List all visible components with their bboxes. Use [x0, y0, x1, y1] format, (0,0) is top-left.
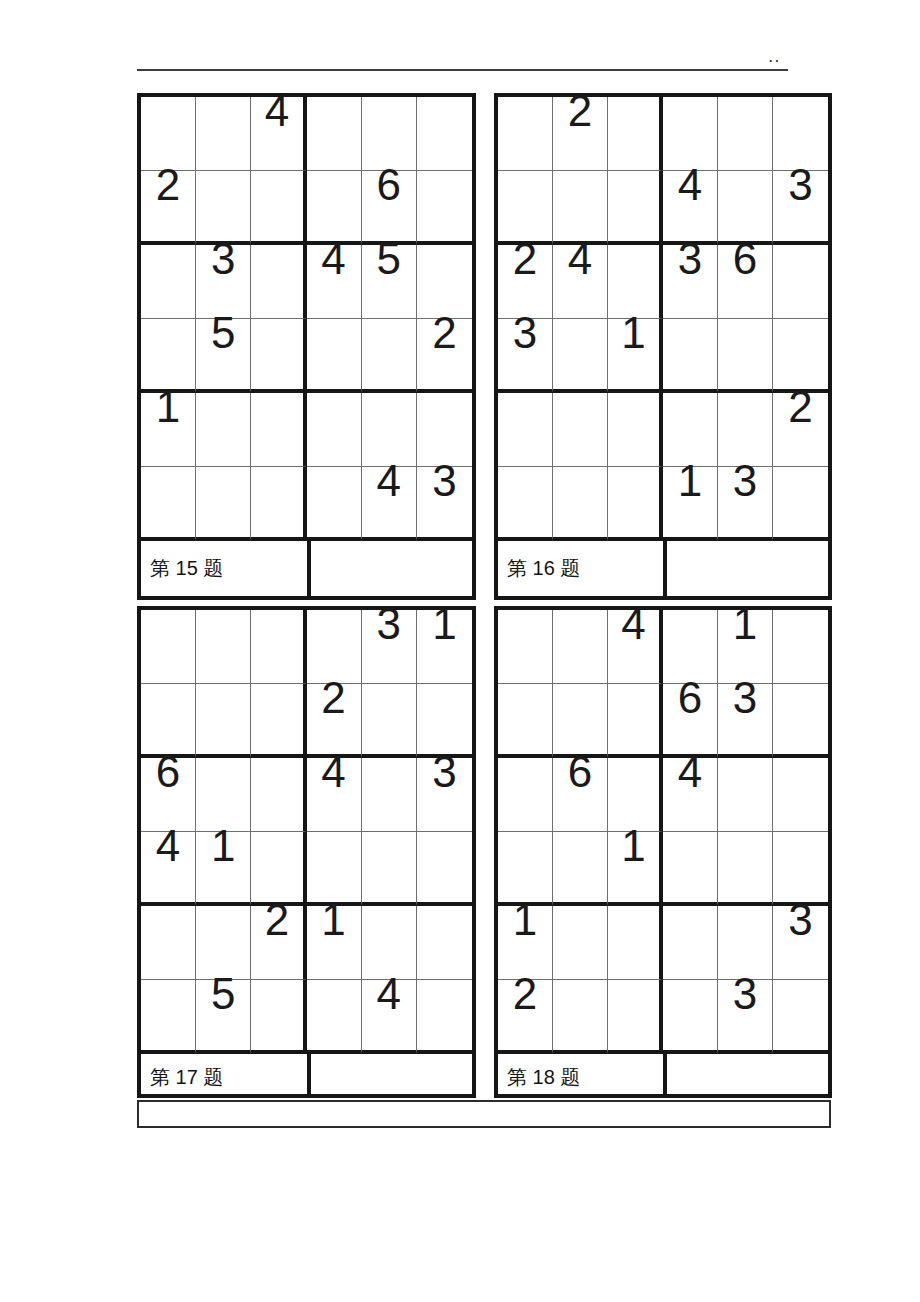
- p15-cell-r2c6: [417, 171, 472, 245]
- p18-cell-r5c2: [553, 906, 608, 980]
- p18-given-r5c1: 1: [498, 898, 552, 942]
- p18-given-r2c4: 6: [663, 676, 717, 720]
- p16-cell-r3c6: [773, 245, 828, 319]
- p18-given-r6c5: 3: [718, 972, 772, 1016]
- p17-cell-r6c4: [307, 980, 362, 1054]
- p17-cell-r2c2: [196, 684, 251, 758]
- puzzle-18-board: 41636411323 第 18 题: [494, 606, 832, 1098]
- p15-cell-r3c4: 4: [307, 245, 362, 319]
- p18-cell-r3c1: [498, 758, 553, 832]
- p17-given-r3c6: 3: [417, 750, 472, 794]
- p15-given-r6c6: 3: [417, 459, 472, 503]
- p15-given-r1c3: 4: [251, 89, 302, 133]
- puzzle-17-board: 312643412154 第 17 题: [137, 606, 476, 1098]
- p16-cell-r3c5: 6: [718, 245, 773, 319]
- p15-given-r5c1: 1: [141, 385, 195, 429]
- header-divider-line: [137, 69, 788, 71]
- p17-given-r6c5: 4: [362, 972, 416, 1016]
- puzzle-16-label-cell: 第 16 题: [498, 541, 663, 596]
- p18-cell-r3c2: 6: [553, 758, 608, 832]
- p18-cell-r2c5: 3: [718, 684, 773, 758]
- p16-cell-r6c6: [773, 467, 828, 541]
- p16-cell-r4c2: [553, 319, 608, 393]
- p18-given-r5c6: 3: [773, 898, 828, 942]
- p16-cell-r2c3: [608, 171, 663, 245]
- p18-cell-r3c6: [773, 758, 828, 832]
- puzzle-18-label-cell: 第 18 题: [498, 1054, 663, 1094]
- puzzle-16-empty-cell: [663, 541, 828, 596]
- p17-given-r3c4: 4: [307, 750, 361, 794]
- p15-cell-r4c5: [362, 319, 417, 393]
- p16-given-r3c2: 4: [553, 237, 607, 281]
- p15-cell-r5c3: [251, 393, 306, 467]
- p16-given-r6c5: 3: [718, 459, 772, 503]
- p18-cell-r2c6: [773, 684, 828, 758]
- p15-given-r2c1: 2: [141, 163, 195, 207]
- p15-cell-r5c2: [196, 393, 251, 467]
- bottom-empty-strip: [137, 1100, 831, 1128]
- p15-cell-r6c6: 3: [417, 467, 472, 541]
- p16-cell-r2c6: 3: [773, 171, 828, 245]
- p18-cell-r1c2: [553, 610, 608, 684]
- puzzle-17-label: 第 17 题: [150, 1064, 223, 1091]
- p18-cell-r1c6: [773, 610, 828, 684]
- p16-given-r5c6: 2: [773, 385, 828, 429]
- puzzle-17-label-cell: 第 17 题: [141, 1054, 307, 1094]
- p17-given-r1c5: 3: [362, 602, 416, 646]
- p15-cell-r6c4: [307, 467, 362, 541]
- p17-cell-r2c3: [251, 684, 306, 758]
- p15-cell-r1c2: [196, 97, 251, 171]
- p16-cell-r5c2: [553, 393, 608, 467]
- p17-given-r3c1: 6: [141, 750, 195, 794]
- p17-cell-r5c3: 2: [251, 906, 306, 980]
- p17-given-r1c6: 1: [417, 602, 472, 646]
- p16-cell-r1c5: [718, 97, 773, 171]
- p17-cell-r3c5: [362, 758, 417, 832]
- p15-cell-r4c6: 2: [417, 319, 472, 393]
- p17-cell-r3c4: 4: [307, 758, 362, 832]
- p15-cell-r3c5: 5: [362, 245, 417, 319]
- puzzle-18-empty-cell: [663, 1054, 828, 1094]
- p16-given-r4c3: 1: [608, 311, 659, 355]
- p16-cell-r6c4: 1: [663, 467, 718, 541]
- p16-cell-r4c1: 3: [498, 319, 553, 393]
- p17-given-r5c4: 1: [307, 898, 361, 942]
- p18-cell-r6c5: 3: [718, 980, 773, 1054]
- p18-cell-r6c6: [773, 980, 828, 1054]
- p18-cell-r6c3: [608, 980, 663, 1054]
- p17-cell-r6c5: 4: [362, 980, 417, 1054]
- p16-cell-r6c1: [498, 467, 553, 541]
- p18-given-r6c1: 2: [498, 972, 552, 1016]
- p16-given-r3c4: 3: [663, 237, 717, 281]
- p15-given-r4c2: 5: [196, 311, 250, 355]
- p15-given-r3c4: 4: [307, 237, 361, 281]
- p15-given-r2c5: 6: [362, 163, 416, 207]
- p18-given-r1c5: 1: [718, 602, 772, 646]
- p18-cell-r5c3: [608, 906, 663, 980]
- p18-cell-r5c6: 3: [773, 906, 828, 980]
- p15-cell-r4c4: [307, 319, 362, 393]
- puzzle-15-label-cell: 第 15 题: [141, 541, 307, 596]
- p17-cell-r4c1: 4: [141, 832, 196, 906]
- p16-given-r3c1: 2: [498, 237, 552, 281]
- p17-given-r4c2: 1: [196, 824, 250, 868]
- p16-cell-r1c2: 2: [553, 97, 608, 171]
- p17-cell-r6c6: [417, 980, 472, 1054]
- p18-given-r1c3: 4: [608, 602, 659, 646]
- p16-cell-r6c5: 3: [718, 467, 773, 541]
- p16-given-r2c6: 3: [773, 163, 828, 207]
- p16-cell-r1c1: [498, 97, 553, 171]
- p18-cell-r6c2: [553, 980, 608, 1054]
- p17-cell-r1c6: 1: [417, 610, 472, 684]
- p15-cell-r5c1: 1: [141, 393, 196, 467]
- p16-given-r4c1: 3: [498, 311, 552, 355]
- p17-cell-r4c2: 1: [196, 832, 251, 906]
- p18-cell-r1c1: [498, 610, 553, 684]
- p15-given-r4c6: 2: [417, 311, 472, 355]
- p16-cell-r4c3: 1: [608, 319, 663, 393]
- p16-cell-r5c1: [498, 393, 553, 467]
- p17-given-r2c4: 2: [307, 676, 361, 720]
- p15-given-r6c5: 4: [362, 459, 416, 503]
- p15-cell-r6c2: [196, 467, 251, 541]
- p18-cell-r2c1: [498, 684, 553, 758]
- p18-cell-r3c4: 4: [663, 758, 718, 832]
- p18-cell-r2c3: [608, 684, 663, 758]
- p17-cell-r2c5: [362, 684, 417, 758]
- p18-given-r3c4: 4: [663, 750, 717, 794]
- puzzle-17-empty-cell: [307, 1054, 473, 1094]
- puzzle-16-label: 第 16 题: [507, 555, 580, 582]
- p17-cell-r5c1: [141, 906, 196, 980]
- p15-given-r3c2: 3: [196, 237, 250, 281]
- p17-cell-r1c1: [141, 610, 196, 684]
- p18-cell-r5c4: [663, 906, 718, 980]
- p16-cell-r3c4: 3: [663, 245, 718, 319]
- p16-cell-r3c2: 4: [553, 245, 608, 319]
- p17-cell-r1c3: [251, 610, 306, 684]
- p16-cell-r1c3: [608, 97, 663, 171]
- p18-cell-r4c4: [663, 832, 718, 906]
- p17-given-r4c1: 4: [141, 824, 195, 868]
- p17-given-r6c2: 5: [196, 972, 250, 1016]
- p15-cell-r6c1: [141, 467, 196, 541]
- p16-given-r3c5: 6: [718, 237, 772, 281]
- p15-cell-r1c4: [307, 97, 362, 171]
- p15-cell-r2c1: 2: [141, 171, 196, 245]
- p18-cell-r4c5: [718, 832, 773, 906]
- p16-given-r2c4: 4: [663, 163, 717, 207]
- p15-cell-r4c3: [251, 319, 306, 393]
- p16-cell-r5c6: 2: [773, 393, 828, 467]
- p15-cell-r2c3: [251, 171, 306, 245]
- p15-cell-r1c3: 4: [251, 97, 306, 171]
- puzzle-15-label: 第 15 题: [150, 555, 223, 582]
- p18-given-r4c3: 1: [608, 824, 659, 868]
- p16-cell-r6c3: [608, 467, 663, 541]
- puzzle-18-label: 第 18 题: [507, 1064, 580, 1091]
- p18-given-r2c5: 3: [718, 676, 772, 720]
- p15-cell-r6c3: [251, 467, 306, 541]
- p17-cell-r5c6: [417, 906, 472, 980]
- p17-cell-r3c6: 3: [417, 758, 472, 832]
- p18-cell-r4c3: 1: [608, 832, 663, 906]
- p16-cell-r4c4: [663, 319, 718, 393]
- p17-cell-r6c1: [141, 980, 196, 1054]
- p15-cell-r6c5: 4: [362, 467, 417, 541]
- puzzle-16-board: 243243631213 第 16 题: [494, 93, 832, 600]
- p16-given-r1c2: 2: [553, 89, 607, 133]
- p17-cell-r4c6: [417, 832, 472, 906]
- puzzle-15-board: 42634552143 第 15 题: [137, 93, 476, 600]
- p16-cell-r5c3: [608, 393, 663, 467]
- p18-cell-r3c5: [718, 758, 773, 832]
- p17-cell-r6c2: 5: [196, 980, 251, 1054]
- p18-cell-r6c4: [663, 980, 718, 1054]
- p17-cell-r6c3: [251, 980, 306, 1054]
- p18-given-r3c2: 6: [553, 750, 607, 794]
- p15-given-r3c5: 5: [362, 237, 416, 281]
- p17-cell-r5c4: 1: [307, 906, 362, 980]
- p17-given-r5c3: 2: [251, 898, 302, 942]
- p16-cell-r6c2: [553, 467, 608, 541]
- p17-cell-r4c5: [362, 832, 417, 906]
- p15-cell-r3c3: [251, 245, 306, 319]
- p17-cell-r1c2: [196, 610, 251, 684]
- p17-cell-r3c3: [251, 758, 306, 832]
- p15-cell-r3c1: [141, 245, 196, 319]
- p15-cell-r1c6: [417, 97, 472, 171]
- puzzle-15-empty-cell: [307, 541, 473, 596]
- p18-cell-r6c1: 2: [498, 980, 553, 1054]
- p18-cell-r1c3: 4: [608, 610, 663, 684]
- p16-given-r6c4: 1: [663, 459, 717, 503]
- p18-cell-r4c2: [553, 832, 608, 906]
- p15-cell-r5c4: [307, 393, 362, 467]
- corner-dots-mark: ..: [769, 51, 782, 65]
- p16-cell-r4c5: [718, 319, 773, 393]
- p17-cell-r1c5: 3: [362, 610, 417, 684]
- p15-cell-r4c2: 5: [196, 319, 251, 393]
